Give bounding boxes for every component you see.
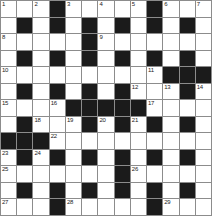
clue-number: 21: [132, 117, 138, 124]
blocked-cell: [17, 84, 32, 100]
cell[interactable]: [196, 183, 211, 199]
clue-number: 28: [67, 199, 73, 206]
cell[interactable]: [180, 34, 195, 50]
blocked-cell: [82, 51, 97, 67]
cell[interactable]: [66, 166, 81, 182]
clue-number: 18: [34, 117, 40, 124]
cell[interactable]: [196, 133, 211, 149]
cell[interactable]: [1, 51, 16, 67]
cell[interactable]: 17: [147, 100, 162, 116]
cell[interactable]: [131, 133, 146, 149]
blocked-cell: [66, 100, 81, 116]
cell[interactable]: 23: [1, 150, 16, 166]
cell[interactable]: [163, 18, 178, 34]
cell[interactable]: 24: [33, 150, 48, 166]
cell[interactable]: [131, 51, 146, 67]
cell[interactable]: 5: [131, 1, 146, 17]
cell[interactable]: [33, 100, 48, 116]
clue-number: 3: [67, 1, 70, 8]
cell[interactable]: [33, 34, 48, 50]
blocked-cell: [180, 117, 195, 133]
cell[interactable]: [98, 18, 113, 34]
blocked-cell: [17, 133, 32, 149]
cell[interactable]: 16: [50, 100, 65, 116]
blocked-cell: [82, 84, 97, 100]
cell[interactable]: [180, 1, 195, 17]
cell[interactable]: [1, 117, 16, 133]
blocked-cell: [82, 34, 97, 50]
cell[interactable]: [17, 100, 32, 116]
cell[interactable]: [131, 150, 146, 166]
blocked-cell: [50, 51, 65, 67]
cell[interactable]: [66, 133, 81, 149]
cell[interactable]: [33, 18, 48, 34]
cell[interactable]: [82, 133, 97, 149]
blocked-cell: [131, 100, 146, 116]
cell[interactable]: [33, 84, 48, 100]
cell[interactable]: [196, 199, 211, 215]
cell[interactable]: [163, 51, 178, 67]
cell[interactable]: [115, 1, 130, 17]
blocked-cell: [115, 166, 130, 182]
cell[interactable]: [180, 100, 195, 116]
cell[interactable]: [17, 199, 32, 215]
cell[interactable]: [98, 199, 113, 215]
cell[interactable]: 10: [1, 67, 16, 83]
blocked-cell: [115, 117, 130, 133]
blocked-cell: [115, 100, 130, 116]
clue-number: 15: [2, 100, 8, 107]
blocked-cell: [17, 18, 32, 34]
cell[interactable]: [1, 183, 16, 199]
clue-number: 10: [2, 67, 8, 74]
blocked-cell: [147, 18, 162, 34]
cell[interactable]: [196, 18, 211, 34]
cell[interactable]: [131, 34, 146, 50]
clue-number: 19: [67, 117, 73, 124]
blocked-cell: [17, 183, 32, 199]
cell[interactable]: [163, 117, 178, 133]
blocked-cell: [17, 117, 32, 133]
cell[interactable]: [163, 34, 178, 50]
cell[interactable]: [1, 84, 16, 100]
cell[interactable]: 25: [1, 166, 16, 182]
cell[interactable]: [196, 166, 211, 182]
cell[interactable]: [33, 67, 48, 83]
blocked-cell: [82, 18, 97, 34]
clue-number: 24: [34, 150, 40, 157]
clue-number: 13: [164, 84, 170, 91]
cell[interactable]: [131, 18, 146, 34]
cell[interactable]: 28: [66, 199, 81, 215]
cell[interactable]: [33, 199, 48, 215]
cell[interactable]: [66, 84, 81, 100]
cell[interactable]: [163, 150, 178, 166]
cell[interactable]: [33, 51, 48, 67]
clue-number: 1: [2, 1, 5, 8]
cell[interactable]: [50, 67, 65, 83]
cell[interactable]: [131, 199, 146, 215]
cell[interactable]: [66, 34, 81, 50]
blocked-cell: [147, 150, 162, 166]
clue-number: 2: [34, 1, 37, 8]
cell[interactable]: 18: [33, 117, 48, 133]
cell[interactable]: [180, 199, 195, 215]
clue-number: 5: [132, 1, 135, 8]
blocked-cell: [17, 150, 32, 166]
cell[interactable]: [66, 67, 81, 83]
clue-number: 12: [132, 84, 138, 91]
cell[interactable]: [196, 100, 211, 116]
cell[interactable]: [147, 166, 162, 182]
clue-number: 27: [2, 199, 8, 206]
cell[interactable]: [50, 34, 65, 50]
cell[interactable]: [33, 183, 48, 199]
cell[interactable]: 22: [50, 133, 65, 149]
clue-number: 9: [99, 34, 102, 41]
cell[interactable]: [115, 67, 130, 83]
cell[interactable]: [163, 166, 178, 182]
cell[interactable]: 9: [98, 34, 113, 50]
blocked-cell: [180, 67, 195, 83]
blocked-cell: [50, 183, 65, 199]
cell[interactable]: 12: [131, 84, 146, 100]
blocked-cell: [82, 100, 97, 116]
cell[interactable]: [17, 67, 32, 83]
cell[interactable]: [196, 150, 211, 166]
blocked-cell: [115, 84, 130, 100]
blocked-cell: [180, 18, 195, 34]
cell[interactable]: [98, 67, 113, 83]
blocked-cell: [50, 84, 65, 100]
cell[interactable]: [66, 150, 81, 166]
blocked-cell: [180, 150, 195, 166]
clue-number: 22: [51, 133, 57, 140]
clue-number: 11: [148, 67, 154, 74]
blocked-cell: [147, 117, 162, 133]
cell[interactable]: [163, 100, 178, 116]
cell[interactable]: [115, 34, 130, 50]
cell[interactable]: [1, 18, 16, 34]
clue-number: 29: [164, 199, 170, 206]
cell[interactable]: 3: [66, 1, 81, 17]
blocked-cell: [180, 84, 195, 100]
cell[interactable]: 4: [98, 1, 113, 17]
cell[interactable]: 6: [163, 1, 178, 17]
cell[interactable]: [196, 51, 211, 67]
cell[interactable]: [98, 183, 113, 199]
cell[interactable]: [50, 166, 65, 182]
clue-number: 8: [2, 34, 5, 41]
cell[interactable]: 15: [1, 100, 16, 116]
blocked-cell: [180, 183, 195, 199]
blocked-cell: [50, 199, 65, 215]
blocked-cell: [147, 199, 162, 215]
cell[interactable]: [180, 166, 195, 182]
cell[interactable]: [66, 183, 81, 199]
clue-number: 14: [197, 84, 203, 91]
blocked-cell: [147, 1, 162, 17]
cell[interactable]: [17, 34, 32, 50]
cell[interactable]: 21: [131, 117, 146, 133]
clue-number: 4: [99, 1, 102, 8]
cell[interactable]: [147, 84, 162, 100]
blocked-cell: [33, 133, 48, 149]
clue-number: 20: [99, 117, 105, 124]
blocked-cell: [82, 117, 97, 133]
cell[interactable]: [66, 51, 81, 67]
cell[interactable]: [82, 199, 97, 215]
cell[interactable]: [82, 166, 97, 182]
cell[interactable]: [98, 150, 113, 166]
blocked-cell: [115, 183, 130, 199]
cell[interactable]: [17, 1, 32, 17]
cell[interactable]: 20: [98, 117, 113, 133]
cell[interactable]: [66, 18, 81, 34]
crossword-grid: 1234567891011121314151617181920212223242…: [0, 0, 212, 216]
cell[interactable]: 13: [163, 84, 178, 100]
cell[interactable]: [98, 51, 113, 67]
cell[interactable]: 27: [1, 199, 16, 215]
cell[interactable]: [82, 1, 97, 17]
cell[interactable]: [180, 133, 195, 149]
cell[interactable]: 14: [196, 84, 211, 100]
cell[interactable]: 1: [1, 1, 16, 17]
cell[interactable]: [17, 166, 32, 182]
cell[interactable]: [131, 67, 146, 83]
cell[interactable]: 19: [66, 117, 81, 133]
blocked-cell: [180, 51, 195, 67]
blocked-cell: [115, 18, 130, 34]
cell[interactable]: [98, 84, 113, 100]
cell[interactable]: [196, 34, 211, 50]
clue-number: 7: [197, 1, 200, 8]
clue-number: 26: [132, 166, 138, 173]
cell[interactable]: [163, 183, 178, 199]
blocked-cell: [50, 150, 65, 166]
cell[interactable]: [50, 117, 65, 133]
cell[interactable]: 8: [1, 34, 16, 50]
cell[interactable]: [115, 133, 130, 149]
blocked-cell: [17, 51, 32, 67]
cell[interactable]: [196, 117, 211, 133]
cell[interactable]: 11: [147, 67, 162, 83]
clue-number: 23: [2, 150, 8, 157]
cell[interactable]: [98, 133, 113, 149]
cell[interactable]: [98, 166, 113, 182]
cell[interactable]: 26: [131, 166, 146, 182]
blocked-cell: [163, 67, 178, 83]
cell[interactable]: [33, 166, 48, 182]
clue-number: 17: [148, 100, 154, 107]
cell[interactable]: [163, 133, 178, 149]
blocked-cell: [147, 183, 162, 199]
cell[interactable]: [131, 183, 146, 199]
cell[interactable]: [147, 34, 162, 50]
cell[interactable]: [147, 133, 162, 149]
blocked-cell: [147, 51, 162, 67]
blocked-cell: [82, 183, 97, 199]
clue-number: 16: [51, 100, 57, 107]
blocked-cell: [115, 51, 130, 67]
blocked-cell: [50, 1, 65, 17]
cell[interactable]: [115, 199, 130, 215]
cell[interactable]: 7: [196, 1, 211, 17]
clue-number: 6: [164, 1, 167, 8]
blocked-cell: [82, 150, 97, 166]
blocked-cell: [115, 150, 130, 166]
blocked-cell: [1, 133, 16, 149]
cell[interactable]: 29: [163, 199, 178, 215]
blocked-cell: [98, 100, 113, 116]
blocked-cell: [196, 67, 211, 83]
blocked-cell: [50, 18, 65, 34]
clue-number: 25: [2, 166, 8, 173]
cell[interactable]: 2: [33, 1, 48, 17]
cell[interactable]: [82, 67, 97, 83]
